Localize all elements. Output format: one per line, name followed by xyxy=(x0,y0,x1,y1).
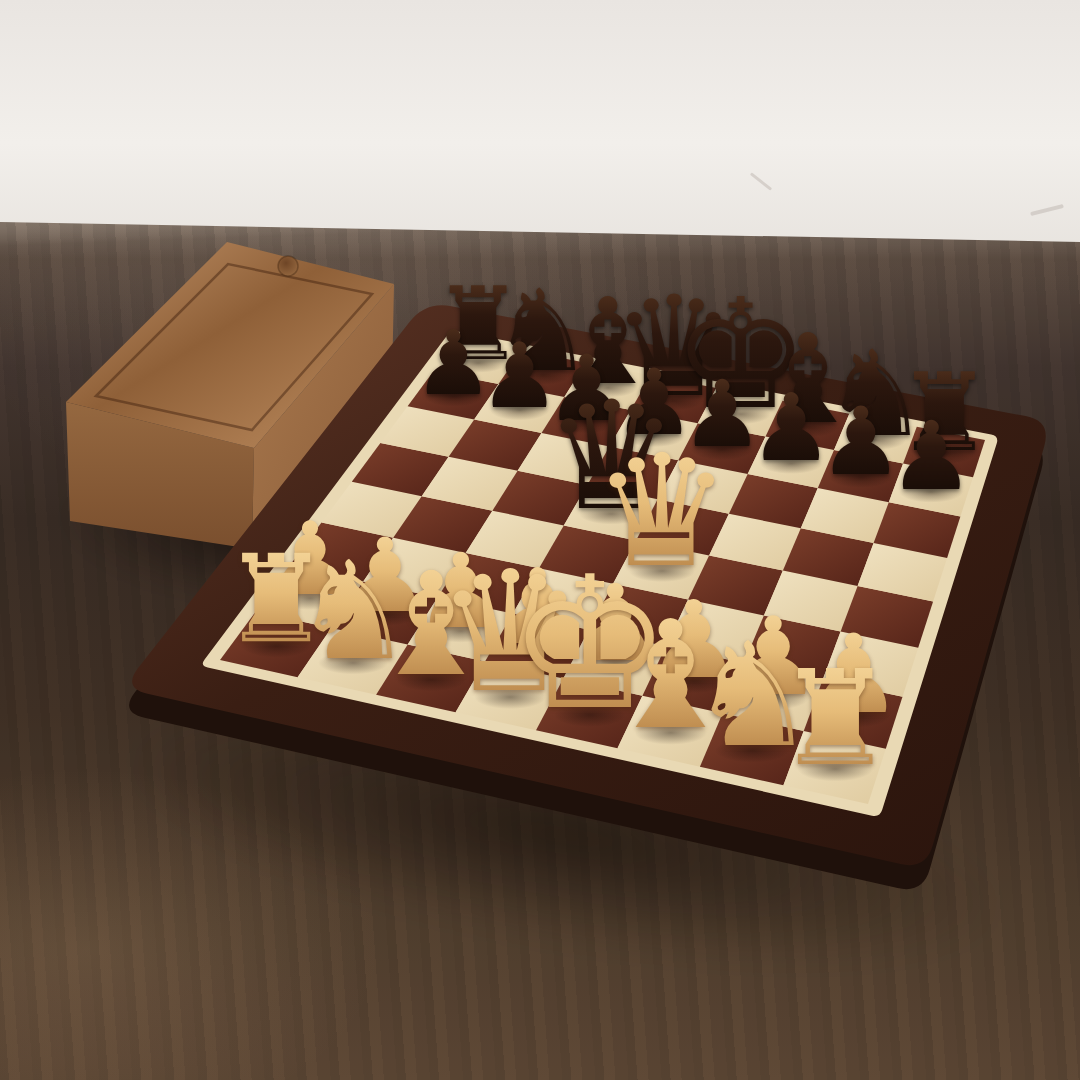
scene: ♜♞♝♛♚♝♞♜♟♟♟♟♟♟♟♟♛♛♟♟♟♟♟♟♟♟♜♞♝♛♚♝♞♜ xyxy=(0,0,1080,1080)
piece-dark-pawn-h7[interactable]: ♟ xyxy=(889,408,974,503)
piece-light-rook-h1[interactable]: ♜ xyxy=(776,652,894,784)
pieces-layer: ♜♞♝♛♚♝♞♜♟♟♟♟♟♟♟♟♛♛♟♟♟♟♟♟♟♟♜♞♝♛♚♝♞♜ xyxy=(0,0,1080,1080)
